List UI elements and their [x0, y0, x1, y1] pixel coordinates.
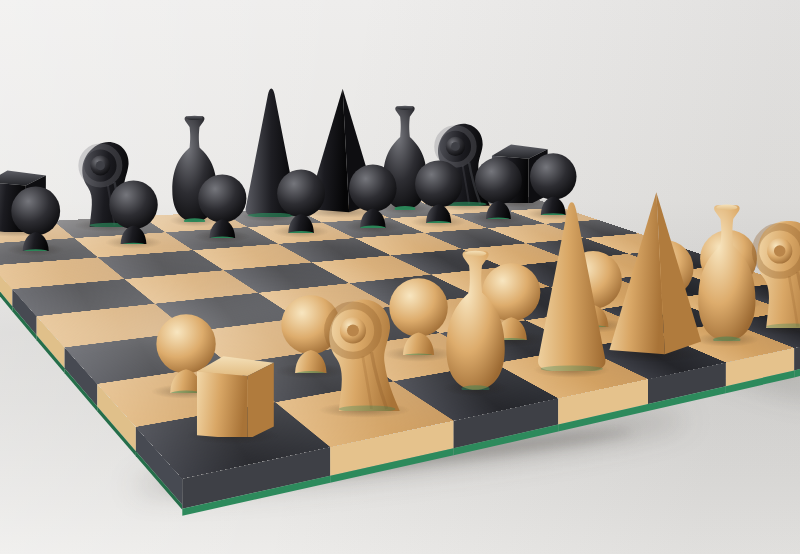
black-pawn-sphere — [410, 157, 467, 223]
white-queen-cone — [532, 199, 612, 371]
black-pawn-sphere — [6, 183, 65, 251]
white-rook-cube — [186, 332, 280, 437]
black-pawn-sphere — [344, 161, 402, 227]
white-knight-violin-scroll — [317, 289, 413, 411]
piece-black-pawn-b7[interactable] — [104, 177, 163, 245]
piece-white-king-e1[interactable] — [603, 190, 705, 355]
pieces-layer — [0, 0, 800, 554]
piece-black-pawn-d7[interactable] — [272, 166, 330, 233]
piece-black-pawn-g7[interactable] — [470, 154, 527, 219]
chess-photo-scene — [0, 0, 800, 554]
piece-white-bishop-c1[interactable] — [442, 247, 509, 390]
black-pawn-sphere — [193, 171, 252, 238]
piece-black-pawn-a7[interactable] — [6, 183, 65, 251]
black-pawn-sphere — [470, 154, 527, 219]
piece-black-pawn-e7[interactable] — [344, 161, 402, 227]
piece-white-queen-d1[interactable] — [532, 199, 612, 371]
piece-black-pawn-f7[interactable] — [410, 157, 467, 223]
black-pawn-sphere — [104, 177, 163, 245]
black-pawn-sphere — [272, 166, 330, 233]
white-bishop-bottle-flask — [442, 247, 509, 390]
piece-black-pawn-c7[interactable] — [193, 171, 252, 238]
piece-white-knight-b1[interactable] — [317, 289, 413, 411]
piece-white-rook-a1[interactable] — [186, 332, 280, 437]
white-king-pyramid — [603, 190, 705, 355]
